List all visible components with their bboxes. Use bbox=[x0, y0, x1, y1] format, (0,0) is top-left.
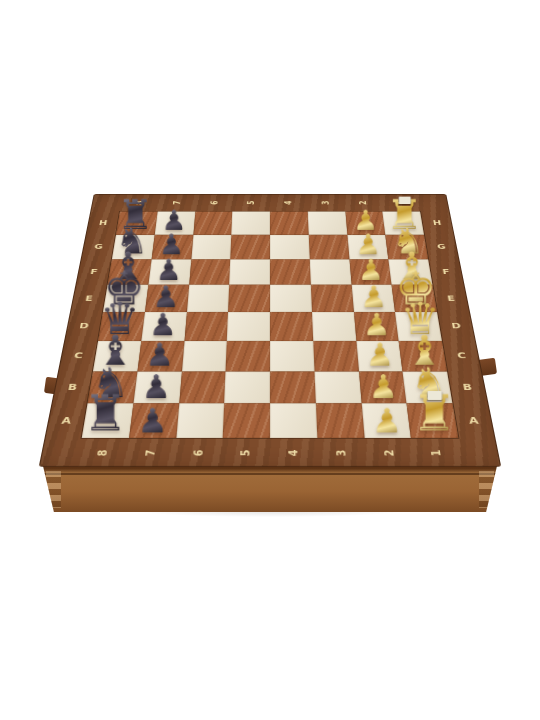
file-label: G bbox=[437, 243, 447, 251]
square-f5[interactable] bbox=[229, 259, 270, 285]
square-b7[interactable]: ♟︎ bbox=[133, 371, 181, 403]
square-b6[interactable] bbox=[179, 371, 226, 403]
square-c5[interactable] bbox=[226, 341, 270, 371]
rank-label: 4 bbox=[283, 201, 295, 205]
square-h5[interactable] bbox=[232, 212, 270, 235]
square-a1[interactable]: ♜︎ bbox=[407, 404, 458, 438]
rank-label: 3 bbox=[320, 201, 332, 205]
rank-label: 4 bbox=[286, 449, 301, 456]
rank-label: 8 bbox=[95, 449, 111, 456]
file-label: D bbox=[78, 322, 89, 331]
file-label: C bbox=[457, 351, 467, 360]
rank-label: 3 bbox=[334, 449, 349, 456]
square-a8[interactable]: ♜︎ bbox=[82, 404, 133, 438]
square-h6[interactable] bbox=[193, 212, 232, 235]
rank-label: 1 bbox=[429, 449, 445, 456]
square-a6[interactable] bbox=[176, 404, 225, 438]
square-c6[interactable] bbox=[182, 341, 228, 371]
square-b5[interactable] bbox=[224, 371, 270, 403]
square-f3[interactable] bbox=[310, 259, 352, 285]
square-a2[interactable]: ♟︎ bbox=[361, 404, 411, 438]
box-lid-seam bbox=[43, 473, 497, 475]
file-label: F bbox=[442, 268, 451, 276]
piece-white-rook-a1[interactable]: ♜︎ bbox=[412, 390, 456, 437]
rank-label: 7 bbox=[143, 449, 159, 456]
piece-white-pawn-a2[interactable]: ♟︎ bbox=[372, 405, 402, 437]
square-d6[interactable] bbox=[184, 312, 228, 341]
file-label: A bbox=[61, 415, 72, 426]
square-e3[interactable] bbox=[311, 285, 354, 312]
board-squares: ♜︎♟︎♟︎♜︎♞︎♟︎♟︎♞︎♝︎♟︎♟︎♝︎♚︎♟︎♟︎♚︎♛︎♟︎♟︎♛︎… bbox=[82, 212, 458, 438]
file-label: G bbox=[94, 243, 104, 251]
square-g6[interactable] bbox=[191, 235, 232, 259]
square-h3[interactable] bbox=[308, 212, 347, 235]
square-h4[interactable] bbox=[270, 212, 308, 235]
rank-label: 6 bbox=[191, 449, 206, 456]
piece-black-pawn-a7[interactable]: ♟︎ bbox=[137, 405, 167, 437]
rank-label: 2 bbox=[357, 201, 369, 205]
file-label: B bbox=[67, 382, 78, 392]
file-label: C bbox=[73, 351, 83, 360]
piece-white-pawn-c2[interactable]: ♟︎ bbox=[366, 340, 394, 370]
rank-label: 2 bbox=[381, 449, 397, 456]
piece-black-rook-a8[interactable]: ♜︎ bbox=[83, 390, 127, 437]
square-e4[interactable] bbox=[270, 285, 312, 312]
file-label: H bbox=[432, 219, 442, 226]
chess-set-photo: 87654321 87654321 HGFEDCBA HGFEDCBA ♜︎♟︎… bbox=[0, 0, 540, 720]
square-g3[interactable] bbox=[308, 235, 349, 259]
square-b3[interactable] bbox=[314, 371, 361, 403]
rank-labels-bottom: 87654321 bbox=[77, 441, 462, 464]
rank-label: 8 bbox=[134, 201, 146, 205]
piece-black-pawn-c7[interactable]: ♟︎ bbox=[145, 340, 173, 370]
square-b2[interactable]: ♟︎ bbox=[358, 371, 406, 403]
piece-white-pawn-b2[interactable]: ♟︎ bbox=[369, 372, 398, 403]
rank-label: 1 bbox=[394, 201, 406, 205]
square-g5[interactable] bbox=[230, 235, 270, 259]
square-e6[interactable] bbox=[187, 285, 230, 312]
square-f4[interactable] bbox=[270, 259, 311, 285]
square-c3[interactable] bbox=[313, 341, 359, 371]
rank-label: 6 bbox=[208, 201, 220, 205]
wooden-box-front bbox=[43, 466, 497, 512]
square-d3[interactable] bbox=[312, 312, 356, 341]
file-label: A bbox=[468, 415, 479, 426]
square-d4[interactable] bbox=[270, 312, 313, 341]
square-c4[interactable] bbox=[270, 341, 314, 371]
square-a5[interactable] bbox=[223, 404, 270, 438]
file-label: E bbox=[446, 294, 455, 302]
square-f6[interactable] bbox=[189, 259, 231, 285]
chess-board: 87654321 87654321 HGFEDCBA HGFEDCBA ♜︎♟︎… bbox=[39, 194, 501, 467]
rank-label: 7 bbox=[171, 201, 183, 205]
rank-label: 5 bbox=[246, 201, 258, 205]
square-a7[interactable]: ♟︎ bbox=[129, 404, 179, 438]
finger-joint-right bbox=[479, 471, 494, 508]
file-label: D bbox=[451, 322, 462, 331]
square-e5[interactable] bbox=[228, 285, 270, 312]
file-label: H bbox=[98, 219, 108, 226]
file-label: E bbox=[85, 294, 94, 302]
piece-black-pawn-b7[interactable]: ♟︎ bbox=[141, 372, 170, 403]
square-b4[interactable] bbox=[270, 371, 316, 403]
square-g4[interactable] bbox=[270, 235, 310, 259]
finger-joint-left bbox=[46, 471, 61, 508]
square-a4[interactable] bbox=[270, 404, 317, 438]
square-d5[interactable] bbox=[227, 312, 270, 341]
file-label: B bbox=[462, 382, 473, 392]
square-a3[interactable] bbox=[316, 404, 365, 438]
rank-label: 5 bbox=[239, 449, 254, 456]
file-label: F bbox=[90, 268, 99, 276]
